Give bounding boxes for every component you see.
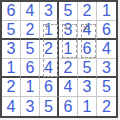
- cell-r5c4[interactable]: 4: [59, 78, 78, 97]
- cell-r2c3[interactable]: 1: [40, 21, 59, 40]
- cell-r3c2[interactable]: 5: [21, 40, 40, 59]
- cell-r2c6[interactable]: 6: [97, 21, 116, 40]
- cell-r1c6[interactable]: 1: [97, 2, 116, 21]
- cell-r6c3[interactable]: 5: [40, 97, 59, 116]
- cell-r2c2[interactable]: 2: [21, 21, 40, 40]
- cell-r3c4[interactable]: 1: [59, 40, 78, 59]
- cell-r3c3[interactable]: 2: [40, 40, 59, 59]
- cell-r4c3[interactable]: 4: [40, 59, 59, 78]
- sudoku-board: 6435215213463521641642532164354356127410: [0, 0, 118, 118]
- cell-r5c6[interactable]: 5: [97, 78, 116, 97]
- cell-r3c1[interactable]: 3: [2, 40, 21, 59]
- cell-r1c1[interactable]: 6: [2, 2, 21, 21]
- cell-r4c4[interactable]: 2: [59, 59, 78, 78]
- cell-r5c3[interactable]: 6: [40, 78, 59, 97]
- cell-r3c5[interactable]: 6: [78, 40, 97, 59]
- cell-r2c5[interactable]: 4: [78, 21, 97, 40]
- cell-r5c1[interactable]: 2: [2, 78, 21, 97]
- cell-r5c5[interactable]: 3: [78, 78, 97, 97]
- cell-r4c2[interactable]: 6: [21, 59, 40, 78]
- cell-r2c4[interactable]: 3: [59, 21, 78, 40]
- cell-r6c5[interactable]: 1: [78, 97, 97, 116]
- cell-r1c3[interactable]: 3: [40, 2, 59, 21]
- cell-r4c1[interactable]: 1: [2, 59, 21, 78]
- cell-r4c6[interactable]: 3: [97, 59, 116, 78]
- cell-r6c4[interactable]: 6: [59, 97, 78, 116]
- cell-r1c4[interactable]: 5: [59, 2, 78, 21]
- cell-r6c1[interactable]: 4: [2, 97, 21, 116]
- sudoku-app: 6435215213463521641642532164354356127410: [0, 0, 120, 120]
- cell-r2c1[interactable]: 5: [2, 21, 21, 40]
- cell-r4c5[interactable]: 5: [78, 59, 97, 78]
- cell-r6c2[interactable]: 3: [21, 97, 40, 116]
- cell-r5c2[interactable]: 1: [21, 78, 40, 97]
- cell-r1c2[interactable]: 4: [21, 2, 40, 21]
- cell-r6c6[interactable]: 2: [97, 97, 116, 116]
- cell-r1c5[interactable]: 2: [78, 2, 97, 21]
- cell-r3c6[interactable]: 4: [97, 40, 116, 59]
